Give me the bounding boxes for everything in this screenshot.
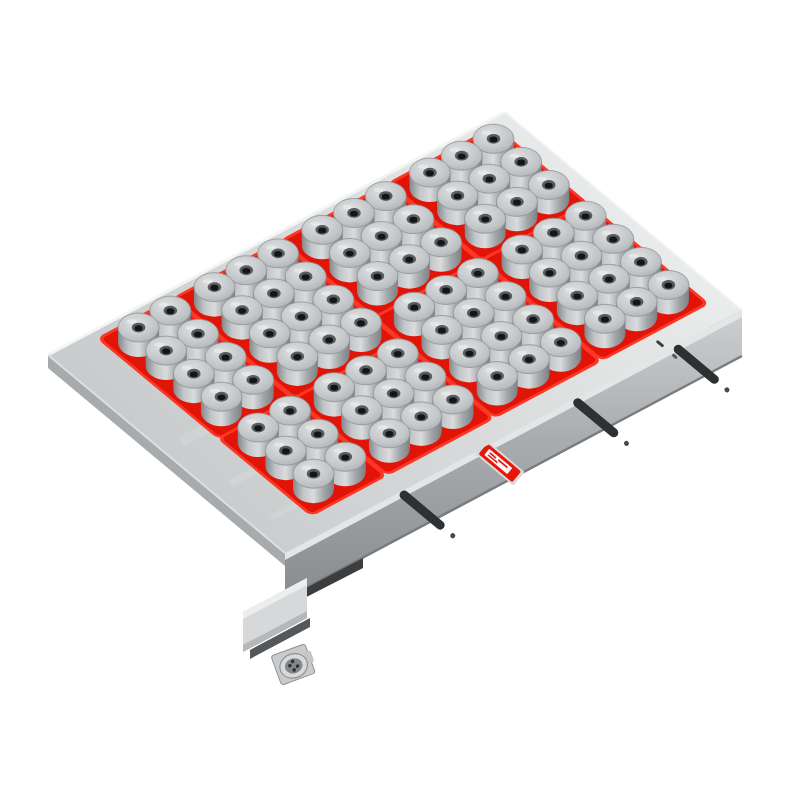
pole-piece xyxy=(293,459,334,503)
pole-piece xyxy=(584,304,625,348)
magnetic-chuck-photo xyxy=(0,0,800,800)
pole-piece xyxy=(477,362,518,406)
pole-piece xyxy=(277,342,318,386)
pole-piece xyxy=(369,419,410,463)
power-connector xyxy=(271,643,318,685)
pole-piece xyxy=(465,204,506,248)
product-photo xyxy=(0,0,800,800)
pole-piece xyxy=(201,382,242,426)
pole-piece xyxy=(357,262,398,306)
